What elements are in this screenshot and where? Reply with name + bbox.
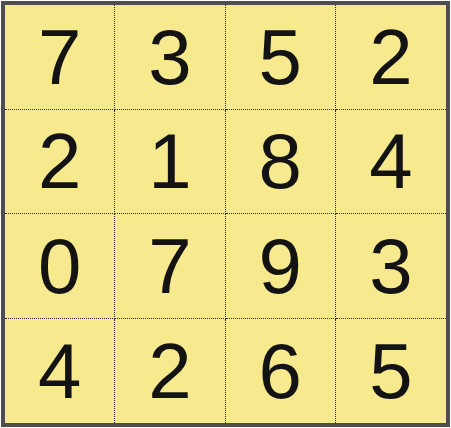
cell-r3c1[interactable]: 0 — [5, 214, 115, 319]
cell-r3c4[interactable]: 3 — [336, 214, 446, 319]
cell-r4c3[interactable]: 6 — [226, 319, 336, 424]
screenshot-canvas: 7 3 5 2 2 1 8 4 0 7 9 3 4 2 6 5 — [0, 0, 451, 428]
number-grid-board: 7 3 5 2 2 1 8 4 0 7 9 3 4 2 6 5 — [1, 1, 450, 427]
cell-r2c1[interactable]: 2 — [5, 110, 115, 215]
cell-r2c4[interactable]: 4 — [336, 110, 446, 215]
cell-r3c2[interactable]: 7 — [115, 214, 225, 319]
cell-r2c3[interactable]: 8 — [226, 110, 336, 215]
cell-r1c1[interactable]: 7 — [5, 5, 115, 110]
cell-r1c2[interactable]: 3 — [115, 5, 225, 110]
cell-r4c2[interactable]: 2 — [115, 319, 225, 424]
grid-4x4: 7 3 5 2 2 1 8 4 0 7 9 3 4 2 6 5 — [5, 5, 446, 423]
cell-r4c4[interactable]: 5 — [336, 319, 446, 424]
cell-r3c3[interactable]: 9 — [226, 214, 336, 319]
cell-r1c4[interactable]: 2 — [336, 5, 446, 110]
cell-r1c3[interactable]: 5 — [226, 5, 336, 110]
cell-r2c2[interactable]: 1 — [115, 110, 225, 215]
cell-r4c1[interactable]: 4 — [5, 319, 115, 424]
